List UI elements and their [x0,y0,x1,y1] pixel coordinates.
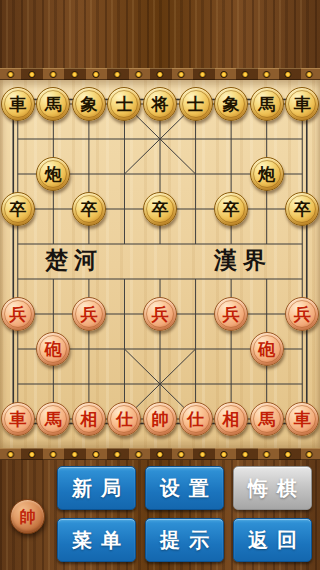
piece-black-soldier[interactable]: 卒 [214,192,248,226]
piece-black-soldier[interactable]: 卒 [72,192,106,226]
piece-red-soldier[interactable]: 兵 [214,297,248,331]
menu-button[interactable]: 菜单 [57,518,136,562]
back-button[interactable]: 返回 [233,518,312,562]
piece-black-general[interactable]: 将 [143,87,177,121]
piece-red-horse[interactable]: 馬 [36,402,70,436]
menu-button-label: 菜单 [72,529,130,551]
piece-red-soldier[interactable]: 兵 [72,297,106,331]
xiangqi-board[interactable]: 楚河 漢界 車馬象士将士象馬車炮炮卒卒卒卒卒兵兵兵兵兵砲砲車馬相仕帥仕相馬車 [0,80,320,448]
undo-move-button[interactable]: 悔棋 [233,466,312,510]
piece-red-horse[interactable]: 馬 [250,402,284,436]
piece-red-chariot[interactable]: 車 [1,402,35,436]
board-pieces: 車馬象士将士象馬車炮炮卒卒卒卒卒兵兵兵兵兵砲砲車馬相仕帥仕相馬車 [0,87,320,437]
piece-black-advisor[interactable]: 士 [179,87,213,121]
hint-button[interactable]: 提示 [145,518,224,562]
settings-button-label: 设置 [160,477,218,499]
top-studded-rail [0,68,320,80]
piece-black-elephant[interactable]: 象 [214,87,248,121]
bottom-studded-rail [0,448,320,460]
piece-black-advisor[interactable]: 士 [107,87,141,121]
piece-red-soldier[interactable]: 兵 [1,297,35,331]
hint-button-label: 提示 [160,529,218,551]
back-button-label: 返回 [248,529,306,551]
piece-red-general[interactable]: 帥 [143,402,177,436]
piece-red-elephant[interactable]: 相 [72,402,106,436]
piece-black-cannon[interactable]: 炮 [250,157,284,191]
piece-black-cannon[interactable]: 炮 [36,157,70,191]
piece-red-cannon[interactable]: 砲 [36,332,70,366]
top-wood-panel [0,0,320,68]
red-general-turn-icon: 帥 [10,499,45,534]
piece-black-soldier[interactable]: 卒 [1,192,35,226]
piece-black-elephant[interactable]: 象 [72,87,106,121]
piece-red-chariot[interactable]: 車 [285,402,319,436]
piece-black-horse[interactable]: 馬 [250,87,284,121]
app-screen: 楚河 漢界 車馬象士将士象馬車炮炮卒卒卒卒卒兵兵兵兵兵砲砲車馬相仕帥仕相馬車 帥… [0,0,320,570]
piece-red-soldier[interactable]: 兵 [285,297,319,331]
piece-red-soldier[interactable]: 兵 [143,297,177,331]
settings-button[interactable]: 设置 [145,466,224,510]
undo-move-button-label: 悔棋 [248,477,306,499]
piece-red-advisor[interactable]: 仕 [107,402,141,436]
piece-black-horse[interactable]: 馬 [36,87,70,121]
piece-black-chariot[interactable]: 車 [1,87,35,121]
new-game-button[interactable]: 新局 [57,466,136,510]
piece-red-cannon[interactable]: 砲 [250,332,284,366]
piece-red-advisor[interactable]: 仕 [179,402,213,436]
piece-black-chariot[interactable]: 車 [285,87,319,121]
piece-black-soldier[interactable]: 卒 [143,192,177,226]
new-game-button-label: 新局 [72,477,130,499]
piece-red-elephant[interactable]: 相 [214,402,248,436]
piece-black-soldier[interactable]: 卒 [285,192,319,226]
